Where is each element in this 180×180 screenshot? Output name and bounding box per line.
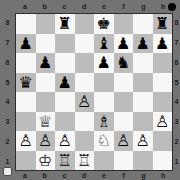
black-bishop-e7[interactable]: ♝ xyxy=(97,34,111,54)
square-f5[interactable] xyxy=(114,73,134,93)
rank-label-6: 6 xyxy=(0,53,15,73)
rank-label-8: 8 xyxy=(173,13,180,33)
square-a4[interactable] xyxy=(16,92,36,112)
square-e1[interactable] xyxy=(94,151,114,171)
black-knight-f6[interactable]: ♞ xyxy=(116,53,130,73)
file-label-e: e xyxy=(94,0,114,13)
file-label-a: a xyxy=(15,0,35,13)
rank-label-4: 4 xyxy=(0,92,15,112)
rank-labels-left: 87654321 xyxy=(0,13,15,171)
square-h4[interactable] xyxy=(153,92,173,112)
square-d8[interactable] xyxy=(75,14,95,34)
square-b4[interactable] xyxy=(36,92,56,112)
rank-label-2: 2 xyxy=(0,132,15,152)
square-b7[interactable] xyxy=(36,34,56,54)
square-a6[interactable] xyxy=(16,53,36,73)
square-d5[interactable] xyxy=(75,73,95,93)
file-label-a: a xyxy=(15,171,35,180)
square-e7[interactable]: ♝ xyxy=(94,34,114,54)
square-f6[interactable]: ♞ xyxy=(114,53,134,73)
square-d6[interactable] xyxy=(75,53,95,73)
black-pawn-h7[interactable]: ♟ xyxy=(155,34,169,54)
square-g1[interactable] xyxy=(133,151,153,171)
black-pawn-b6[interactable]: ♟ xyxy=(38,53,52,73)
square-f3[interactable] xyxy=(114,112,134,132)
file-labels-top: abcdefgh xyxy=(15,0,173,13)
file-label-g: g xyxy=(134,0,154,13)
square-f1[interactable] xyxy=(114,151,134,171)
square-a5[interactable]: ♛ xyxy=(16,73,36,93)
file-label-c: c xyxy=(55,0,75,13)
rank-labels-right: 87654321 xyxy=(173,13,180,171)
black-king-e8[interactable]: ♚ xyxy=(97,14,111,34)
square-g5[interactable] xyxy=(133,73,153,93)
white-pawn-a2[interactable]: ♙ xyxy=(19,131,33,151)
square-d7[interactable] xyxy=(75,34,95,54)
black-pawn-f7[interactable]: ♟ xyxy=(116,34,130,54)
white-marker-indicator xyxy=(3,167,12,176)
square-c2[interactable]: ♙ xyxy=(55,131,75,151)
square-f7[interactable]: ♟ xyxy=(114,34,134,54)
square-d1[interactable]: ♖ xyxy=(75,151,95,171)
square-d3[interactable] xyxy=(75,112,95,132)
square-e8[interactable]: ♚ xyxy=(94,14,114,34)
square-d4[interactable]: ♙ xyxy=(75,92,95,112)
square-e3[interactable]: ♗ xyxy=(94,112,114,132)
square-g3[interactable] xyxy=(133,112,153,132)
square-h6[interactable] xyxy=(153,53,173,73)
file-label-f: f xyxy=(114,171,134,180)
square-b2[interactable]: ♙ xyxy=(36,131,56,151)
black-pawn-a7[interactable]: ♟ xyxy=(19,34,33,54)
rank-label-4: 4 xyxy=(173,92,180,112)
file-labels-bottom: abcdefgh xyxy=(15,171,173,180)
white-pawn-f2[interactable]: ♙ xyxy=(116,131,130,151)
square-c8[interactable]: ♜ xyxy=(55,14,75,34)
white-rook-c1[interactable]: ♖ xyxy=(58,151,72,171)
square-e6[interactable]: ♟ xyxy=(94,53,114,73)
rank-label-3: 3 xyxy=(0,112,15,132)
square-e4[interactable] xyxy=(94,92,114,112)
black-pawn-g7[interactable]: ♟ xyxy=(136,34,150,54)
white-pawn-h3[interactable]: ♙ xyxy=(155,112,169,132)
file-label-c: c xyxy=(55,171,75,180)
rank-label-5: 5 xyxy=(173,72,180,92)
black-rook-h8[interactable]: ♜ xyxy=(155,14,169,34)
square-a2[interactable]: ♙ xyxy=(16,131,36,151)
square-h5[interactable] xyxy=(153,73,173,93)
square-h2[interactable] xyxy=(153,131,173,151)
white-queen-b3[interactable]: ♕ xyxy=(38,112,52,132)
square-c1[interactable]: ♖ xyxy=(55,151,75,171)
file-label-g: g xyxy=(134,171,154,180)
square-c3[interactable] xyxy=(55,112,75,132)
white-bishop-e3[interactable]: ♗ xyxy=(97,112,111,132)
white-pawn-c2[interactable]: ♙ xyxy=(58,131,72,151)
square-b5[interactable] xyxy=(36,73,56,93)
square-c6[interactable] xyxy=(55,53,75,73)
square-h1[interactable] xyxy=(153,151,173,171)
square-h7[interactable]: ♟ xyxy=(153,34,173,54)
square-g4[interactable] xyxy=(133,92,153,112)
rank-label-1: 1 xyxy=(173,151,180,171)
white-knight-e2[interactable]: ♘ xyxy=(97,131,111,151)
square-b8[interactable] xyxy=(36,14,56,34)
square-e2[interactable]: ♘ xyxy=(94,131,114,151)
square-f8[interactable] xyxy=(114,14,134,34)
file-label-h: h xyxy=(153,171,173,180)
file-label-f: f xyxy=(114,0,134,13)
square-b1[interactable]: ♔ xyxy=(36,151,56,171)
square-f2[interactable]: ♙ xyxy=(114,131,134,151)
square-a7[interactable]: ♟ xyxy=(16,34,36,54)
black-pawn-e6[interactable]: ♟ xyxy=(97,53,111,73)
square-a1[interactable] xyxy=(16,151,36,171)
white-pawn-b2[interactable]: ♙ xyxy=(38,131,52,151)
rank-label-5: 5 xyxy=(0,72,15,92)
file-label-b: b xyxy=(35,0,55,13)
square-g7[interactable]: ♟ xyxy=(133,34,153,54)
rank-label-7: 7 xyxy=(0,33,15,53)
file-label-d: d xyxy=(74,0,94,13)
square-f4[interactable] xyxy=(114,92,134,112)
rank-label-8: 8 xyxy=(0,13,15,33)
square-a3[interactable] xyxy=(16,112,36,132)
white-pawn-g2[interactable]: ♙ xyxy=(136,131,150,151)
rank-label-7: 7 xyxy=(173,33,180,53)
black-pawn-c5[interactable]: ♟ xyxy=(58,73,72,93)
black-queen-a5[interactable]: ♛ xyxy=(19,73,33,93)
square-c7[interactable] xyxy=(55,34,75,54)
square-g8[interactable] xyxy=(133,14,153,34)
black-rook-c8[interactable]: ♜ xyxy=(58,14,72,34)
square-b6[interactable]: ♟ xyxy=(36,53,56,73)
file-label-d: d xyxy=(74,171,94,180)
square-c4[interactable] xyxy=(55,92,75,112)
square-g6[interactable] xyxy=(133,53,153,73)
square-g2[interactable]: ♙ xyxy=(133,131,153,151)
white-king-b1[interactable]: ♔ xyxy=(38,151,52,171)
white-rook-d1[interactable]: ♖ xyxy=(77,151,91,171)
square-a8[interactable] xyxy=(16,14,36,34)
square-h3[interactable]: ♙ xyxy=(153,112,173,132)
rank-label-3: 3 xyxy=(173,112,180,132)
chess-diagram: abcdefgh abcdefgh 87654321 87654321 ♜♚♜♟… xyxy=(0,0,180,180)
file-label-e: e xyxy=(94,171,114,180)
black-to-move-indicator xyxy=(168,3,176,11)
square-d2[interactable] xyxy=(75,131,95,151)
rank-label-2: 2 xyxy=(173,132,180,152)
square-h8[interactable]: ♜ xyxy=(153,14,173,34)
square-e5[interactable] xyxy=(94,73,114,93)
chess-board[interactable]: ♜♚♜♟♝♟♟♟♟♟♞♛♟♙♕♗♙♙♙♙♘♙♙♔♖♖ xyxy=(15,13,173,171)
white-pawn-d4[interactable]: ♙ xyxy=(77,92,91,112)
square-b3[interactable]: ♕ xyxy=(36,112,56,132)
file-label-b: b xyxy=(35,171,55,180)
rank-label-6: 6 xyxy=(173,53,180,73)
square-c5[interactable]: ♟ xyxy=(55,73,75,93)
